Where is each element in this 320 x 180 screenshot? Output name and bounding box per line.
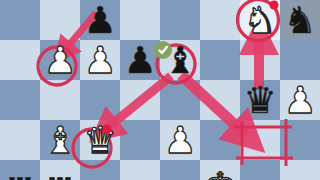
square-d4[interactable]	[120, 160, 160, 180]
square-h4[interactable]	[280, 160, 320, 180]
chess-thumbnail: ♟♞♞♟♟♟♝♛♟♝♛♟♜♜♚	[0, 0, 320, 180]
black-pawn[interactable]: ♟	[80, 0, 120, 40]
square-h1[interactable]	[280, 40, 320, 80]
white-queen[interactable]: ♛	[80, 120, 120, 160]
white-pawn[interactable]: ♟	[40, 40, 80, 80]
square-d0[interactable]	[120, 0, 160, 40]
black-queen[interactable]: ♛	[240, 80, 280, 120]
square-g4[interactable]	[240, 160, 280, 180]
square-g3[interactable]	[240, 120, 280, 160]
square-a2[interactable]	[0, 80, 40, 120]
black-bishop[interactable]: ♝	[160, 40, 200, 80]
black-rook[interactable]: ♜	[0, 171, 40, 180]
white-pawn[interactable]: ♟	[80, 40, 120, 80]
square-f2[interactable]	[200, 80, 240, 120]
square-e0[interactable]	[160, 0, 200, 40]
square-d3[interactable]	[120, 120, 160, 160]
square-a3[interactable]	[0, 120, 40, 160]
square-c4[interactable]	[80, 160, 120, 180]
white-pawn[interactable]: ♟	[280, 80, 320, 120]
square-f3[interactable]	[200, 120, 240, 160]
black-knight[interactable]: ♞	[280, 0, 320, 40]
square-b0[interactable]	[40, 0, 80, 40]
square-a1[interactable]	[0, 40, 40, 80]
square-g1[interactable]	[240, 40, 280, 80]
square-e4[interactable]	[160, 160, 200, 180]
white-bishop[interactable]: ♝	[40, 120, 80, 160]
white-pawn[interactable]: ♟	[160, 120, 200, 160]
square-c2[interactable]	[80, 80, 120, 120]
white-knight[interactable]: ♞	[240, 0, 280, 40]
black-pawn[interactable]: ♟	[120, 40, 160, 80]
square-f0[interactable]	[200, 0, 240, 40]
square-h3[interactable]	[280, 120, 320, 160]
black-rook[interactable]: ♜	[40, 171, 80, 180]
white-king[interactable]: ♚	[200, 166, 240, 180]
square-b2[interactable]	[40, 80, 80, 120]
square-d2[interactable]	[120, 80, 160, 120]
square-a0[interactable]	[0, 0, 40, 40]
square-f1[interactable]	[200, 40, 240, 80]
square-e2[interactable]	[160, 80, 200, 120]
